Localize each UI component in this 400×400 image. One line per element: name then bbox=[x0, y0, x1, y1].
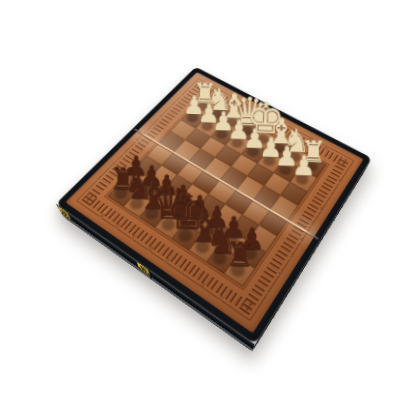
photo-stage: aabbccddeeffgghh1122334455667788 ♜♞♝♛♚♝♞… bbox=[0, 0, 400, 400]
file-label-c: c bbox=[130, 234, 137, 241]
board-perspective-wrapper: aabbccddeeffgghh1122334455667788 ♜♞♝♛♚♝♞… bbox=[15, 11, 387, 383]
file-label-b: b bbox=[114, 223, 122, 230]
rank-label-3: 3 bbox=[288, 253, 295, 261]
brass-clasp bbox=[57, 205, 73, 221]
perspective-camera: aabbccddeeffgghh1122334455667788 ♜♞♝♛♚♝♞… bbox=[15, 11, 387, 383]
rank-label-1: 1 bbox=[95, 176, 102, 182]
brown-rook: ♜ bbox=[217, 237, 263, 272]
rank-label-2: 2 bbox=[276, 269, 283, 277]
rank-label-6: 6 bbox=[318, 206, 324, 213]
file-label-h: h bbox=[217, 294, 225, 302]
file-label-e: e bbox=[163, 257, 171, 265]
rank-label-4: 4 bbox=[298, 237, 305, 244]
file-label-f: f bbox=[181, 269, 187, 276]
rank-label-1: 1 bbox=[265, 287, 272, 295]
board-3d: aabbccddeeffgghh1122334455667788 ♜♞♝♛♚♝♞… bbox=[56, 67, 372, 345]
file-label-d: d bbox=[146, 245, 154, 252]
file-label-g: g bbox=[199, 281, 207, 289]
file-label-a: a bbox=[98, 212, 105, 219]
rank-label-7: 7 bbox=[328, 192, 334, 198]
rank-label-5: 5 bbox=[308, 221, 315, 228]
rank-label-8: 8 bbox=[337, 178, 343, 184]
square-h6 bbox=[281, 182, 308, 206]
